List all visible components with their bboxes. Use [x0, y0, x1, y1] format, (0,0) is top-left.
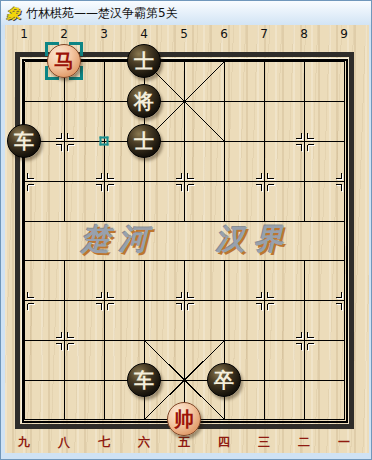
bottom-coordinate-label: 三	[258, 434, 270, 451]
bottom-coordinate-label: 九	[18, 434, 30, 451]
top-coordinate-label: 2	[60, 27, 68, 41]
board-area[interactable]: 123456789 九八七六五四三二一 楚河 汉界 马士将士车车卒帅	[5, 25, 369, 453]
piece-black-士[interactable]: 士	[127, 124, 161, 158]
app-window: 象 竹林棋苑——楚汉争霸第5关 123456789 九八七六五四三二一 楚河 汉…	[0, 0, 372, 460]
titlebar: 象 竹林棋苑——楚汉争霸第5关	[1, 1, 371, 25]
bottom-coordinate-label: 二	[298, 434, 310, 451]
top-coordinate-label: 1	[20, 27, 28, 41]
top-coordinate-label: 9	[340, 27, 348, 41]
bottom-coordinate-label: 八	[58, 434, 70, 451]
river-label-chu: 楚河	[81, 221, 157, 257]
bottom-coordinate-label: 四	[218, 434, 230, 451]
app-icon: 象	[7, 6, 21, 20]
piece-black-将[interactable]: 将	[127, 84, 161, 118]
top-coordinate-label: 6	[220, 27, 228, 41]
bottom-coordinate-label: 七	[98, 434, 110, 451]
top-coordinate-label: 7	[260, 27, 268, 41]
bottom-coordinate-label: 一	[338, 434, 350, 451]
window-title: 竹林棋苑——楚汉争霸第5关	[26, 5, 178, 22]
piece-black-车[interactable]: 车	[7, 124, 41, 158]
piece-red-马[interactable]: 马	[47, 44, 81, 78]
river-label-han: 汉界	[216, 221, 292, 257]
top-coordinate-label: 5	[180, 27, 188, 41]
top-coordinate-label: 8	[300, 27, 308, 41]
piece-black-车[interactable]: 车	[127, 363, 161, 397]
piece-black-士[interactable]: 士	[127, 44, 161, 78]
bottom-coordinate-label: 六	[138, 434, 150, 451]
bottom-coordinate-label: 五	[178, 434, 190, 451]
piece-black-卒[interactable]: 卒	[207, 363, 241, 397]
piece-red-帅[interactable]: 帅	[167, 402, 201, 436]
top-coordinate-label: 3	[100, 27, 108, 41]
board-grid	[5, 25, 369, 453]
top-coordinate-label: 4	[140, 27, 148, 41]
move-origin-marker	[100, 137, 109, 146]
